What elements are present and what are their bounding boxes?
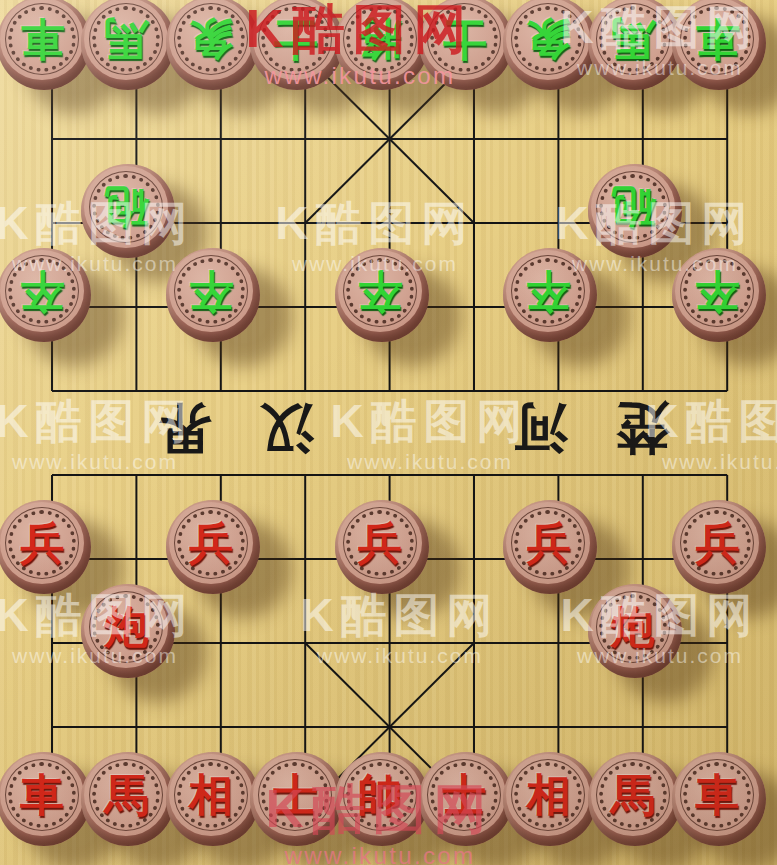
piece-red-general[interactable]: 帥 <box>335 752 429 846</box>
piece-face: 炮 <box>591 586 675 668</box>
piece-face: 相 <box>506 754 590 836</box>
piece-character: 砲 <box>104 185 148 229</box>
piece-green-advisor[interactable]: 士 <box>419 0 513 90</box>
piece-face: 車 <box>0 0 84 80</box>
piece-red-soldier[interactable]: 兵 <box>672 500 766 594</box>
piece-green-soldier[interactable]: 卒 <box>166 248 260 342</box>
piece-character: 兵 <box>189 521 233 565</box>
piece-face: 卒 <box>675 250 759 332</box>
piece-face: 砲 <box>591 166 675 248</box>
piece-character: 將 <box>358 17 402 61</box>
piece-red-horse[interactable]: 馬 <box>588 752 682 846</box>
piece-face: 車 <box>675 0 759 80</box>
xiangqi-board: 楚河 汉界 車馬象士將士象馬車砲砲卒卒卒卒卒兵兵兵兵兵炮炮車馬相士帥士相馬車 K… <box>0 0 777 865</box>
piece-face: 馬 <box>591 754 675 836</box>
piece-red-chariot[interactable]: 車 <box>0 752 91 846</box>
piece-face: 炮 <box>84 586 168 668</box>
piece-face: 士 <box>422 0 506 80</box>
piece-green-advisor[interactable]: 士 <box>250 0 344 90</box>
piece-character: 卒 <box>695 269 739 313</box>
piece-red-horse[interactable]: 馬 <box>81 752 175 846</box>
piece-face: 卒 <box>506 250 590 332</box>
piece-green-soldier[interactable]: 卒 <box>672 248 766 342</box>
piece-character: 馬 <box>104 17 148 61</box>
piece-red-elephant[interactable]: 相 <box>166 752 260 846</box>
piece-character: 相 <box>526 773 570 817</box>
piece-character: 帥 <box>358 773 402 817</box>
piece-face: 兵 <box>506 502 590 584</box>
piece-green-soldier[interactable]: 卒 <box>335 248 429 342</box>
piece-character: 兵 <box>20 521 64 565</box>
piece-character: 車 <box>695 773 739 817</box>
piece-character: 馬 <box>104 773 148 817</box>
piece-face: 士 <box>253 0 337 80</box>
piece-face: 馬 <box>84 0 168 80</box>
piece-character: 卒 <box>358 269 402 313</box>
piece-red-advisor[interactable]: 士 <box>419 752 513 846</box>
piece-red-cannon[interactable]: 炮 <box>588 584 682 678</box>
piece-character: 象 <box>189 17 233 61</box>
piece-character: 車 <box>20 773 64 817</box>
piece-character: 砲 <box>611 185 655 229</box>
piece-green-elephant[interactable]: 象 <box>166 0 260 90</box>
piece-character: 士 <box>442 773 486 817</box>
piece-character: 相 <box>189 773 233 817</box>
piece-red-chariot[interactable]: 車 <box>672 752 766 846</box>
piece-face: 士 <box>253 754 337 836</box>
piece-character: 炮 <box>611 605 655 649</box>
piece-face: 車 <box>0 754 84 836</box>
piece-character: 馬 <box>611 773 655 817</box>
piece-character: 兵 <box>526 521 570 565</box>
piece-face: 將 <box>338 0 422 80</box>
piece-character: 象 <box>526 17 570 61</box>
piece-face: 卒 <box>169 250 253 332</box>
piece-face: 象 <box>506 0 590 80</box>
piece-green-horse[interactable]: 馬 <box>81 0 175 90</box>
piece-green-general[interactable]: 將 <box>335 0 429 90</box>
piece-character: 兵 <box>695 521 739 565</box>
piece-face: 兵 <box>169 502 253 584</box>
piece-character: 士 <box>442 17 486 61</box>
piece-character: 炮 <box>104 605 148 649</box>
piece-face: 馬 <box>84 754 168 836</box>
piece-face: 兵 <box>338 502 422 584</box>
board-grid-lines <box>0 0 777 865</box>
piece-character: 士 <box>273 773 317 817</box>
piece-red-soldier[interactable]: 兵 <box>166 500 260 594</box>
piece-character: 卒 <box>526 269 570 313</box>
piece-green-cannon[interactable]: 砲 <box>81 164 175 258</box>
piece-green-soldier[interactable]: 卒 <box>503 248 597 342</box>
piece-character: 兵 <box>358 521 402 565</box>
piece-character: 車 <box>20 17 64 61</box>
piece-face: 車 <box>675 754 759 836</box>
piece-face: 砲 <box>84 166 168 248</box>
piece-face: 象 <box>169 0 253 80</box>
piece-face: 相 <box>169 754 253 836</box>
piece-character: 車 <box>695 17 739 61</box>
piece-character: 士 <box>273 17 317 61</box>
piece-red-cannon[interactable]: 炮 <box>81 584 175 678</box>
piece-red-advisor[interactable]: 士 <box>250 752 344 846</box>
piece-green-cannon[interactable]: 砲 <box>588 164 682 258</box>
piece-face: 馬 <box>591 0 675 80</box>
piece-face: 卒 <box>338 250 422 332</box>
piece-face: 卒 <box>0 250 84 332</box>
piece-character: 卒 <box>20 269 64 313</box>
piece-character: 馬 <box>611 17 655 61</box>
piece-face: 帥 <box>338 754 422 836</box>
piece-red-soldier[interactable]: 兵 <box>335 500 429 594</box>
piece-character: 卒 <box>189 269 233 313</box>
piece-green-soldier[interactable]: 卒 <box>0 248 91 342</box>
piece-face: 兵 <box>675 502 759 584</box>
piece-green-horse[interactable]: 馬 <box>588 0 682 90</box>
piece-green-elephant[interactable]: 象 <box>503 0 597 90</box>
piece-red-soldier[interactable]: 兵 <box>0 500 91 594</box>
piece-face: 兵 <box>0 502 84 584</box>
piece-red-elephant[interactable]: 相 <box>503 752 597 846</box>
piece-green-chariot[interactable]: 車 <box>672 0 766 90</box>
piece-red-soldier[interactable]: 兵 <box>503 500 597 594</box>
piece-face: 士 <box>422 754 506 836</box>
